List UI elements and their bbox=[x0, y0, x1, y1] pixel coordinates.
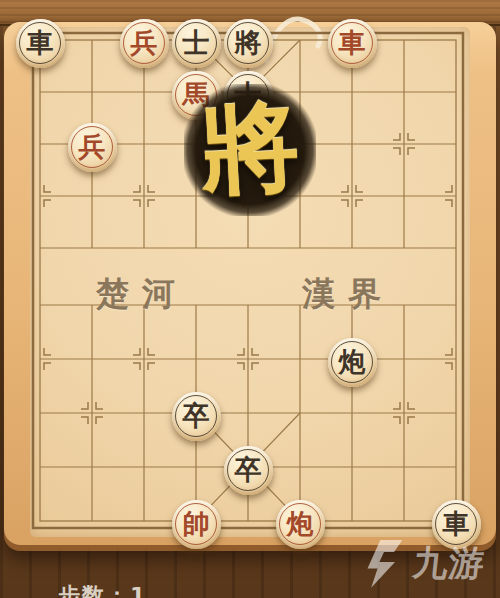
piece-character: 士 bbox=[183, 29, 210, 56]
piece-black-炮[interactable]: 炮 bbox=[328, 338, 377, 387]
piece-red-帥[interactable]: 帥 bbox=[172, 500, 221, 549]
check-banner-character: 將 bbox=[198, 82, 303, 219]
piece-character: 兵 bbox=[131, 29, 158, 56]
piece-character: 卒 bbox=[235, 456, 262, 483]
piece-red-兵[interactable]: 兵 bbox=[68, 123, 117, 172]
piece-character: 車 bbox=[443, 510, 470, 537]
jiuyou-logo-icon bbox=[362, 537, 406, 589]
piece-character: 車 bbox=[339, 29, 366, 56]
piece-black-卒[interactable]: 卒 bbox=[224, 446, 273, 495]
jiuyou-watermark: 九游 bbox=[362, 537, 485, 589]
piece-red-車[interactable]: 車 bbox=[328, 19, 377, 68]
piece-black-士[interactable]: 士 bbox=[172, 19, 221, 68]
piece-red-炮[interactable]: 炮 bbox=[276, 500, 325, 549]
piece-character: 帥 bbox=[183, 510, 210, 537]
piece-character: 炮 bbox=[339, 348, 366, 375]
piece-character: 車 bbox=[27, 29, 54, 56]
piece-black-車[interactable]: 車 bbox=[16, 19, 65, 68]
piece-character: 兵 bbox=[79, 133, 106, 160]
jiuyou-watermark-text: 九游 bbox=[411, 540, 488, 587]
piece-character: 將 bbox=[235, 29, 262, 56]
piece-character: 卒 bbox=[183, 402, 210, 429]
check-banner: 將 bbox=[184, 84, 316, 216]
piece-black-卒[interactable]: 卒 bbox=[172, 392, 221, 441]
piece-black-將[interactable]: 將 bbox=[224, 19, 273, 68]
move-count-label: 步数：1 bbox=[58, 581, 147, 598]
piece-character: 炮 bbox=[287, 510, 314, 537]
piece-red-兵[interactable]: 兵 bbox=[120, 19, 169, 68]
